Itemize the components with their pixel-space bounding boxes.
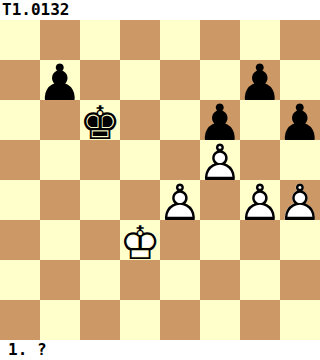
square-g4[interactable]: ♟♙ bbox=[240, 180, 280, 220]
square-f4[interactable] bbox=[200, 180, 240, 220]
square-d7[interactable] bbox=[120, 60, 160, 100]
square-d4[interactable] bbox=[120, 180, 160, 220]
square-f8[interactable] bbox=[200, 20, 240, 60]
square-c7[interactable] bbox=[80, 60, 120, 100]
square-c3[interactable] bbox=[80, 220, 120, 260]
square-b5[interactable] bbox=[40, 140, 80, 180]
square-b2[interactable] bbox=[40, 260, 80, 300]
square-e7[interactable] bbox=[160, 60, 200, 100]
square-e6[interactable] bbox=[160, 100, 200, 140]
square-c2[interactable] bbox=[80, 260, 120, 300]
square-h7[interactable] bbox=[280, 60, 320, 100]
square-f1[interactable] bbox=[200, 300, 240, 340]
square-b6[interactable] bbox=[40, 100, 80, 140]
white-pawn: ♟♙ bbox=[200, 143, 240, 183]
black-pawn: ♟ bbox=[40, 63, 80, 103]
square-h2[interactable] bbox=[280, 260, 320, 300]
square-d5[interactable] bbox=[120, 140, 160, 180]
square-g8[interactable] bbox=[240, 20, 280, 60]
square-e8[interactable] bbox=[160, 20, 200, 60]
square-a5[interactable] bbox=[0, 140, 40, 180]
puzzle-id-label: T1.0132 bbox=[2, 0, 69, 20]
square-g1[interactable] bbox=[240, 300, 280, 340]
square-d1[interactable] bbox=[120, 300, 160, 340]
square-h5[interactable] bbox=[280, 140, 320, 180]
square-b3[interactable] bbox=[40, 220, 80, 260]
square-g6[interactable] bbox=[240, 100, 280, 140]
square-c1[interactable] bbox=[80, 300, 120, 340]
black-pawn: ♟ bbox=[280, 103, 320, 143]
white-pawn: ♟♙ bbox=[240, 183, 280, 223]
square-f3[interactable] bbox=[200, 220, 240, 260]
square-d3[interactable]: ♚♔ bbox=[120, 220, 160, 260]
square-g5[interactable] bbox=[240, 140, 280, 180]
square-h6[interactable]: ♟ bbox=[280, 100, 320, 140]
square-d8[interactable] bbox=[120, 20, 160, 60]
square-a3[interactable] bbox=[0, 220, 40, 260]
move-prompt-label: 1. ? bbox=[8, 340, 47, 360]
square-e3[interactable] bbox=[160, 220, 200, 260]
white-king: ♚♔ bbox=[120, 223, 160, 263]
black-pawn: ♟ bbox=[200, 103, 240, 143]
black-king: ♚ bbox=[80, 103, 120, 143]
square-d6[interactable] bbox=[120, 100, 160, 140]
square-e4[interactable]: ♟♙ bbox=[160, 180, 200, 220]
square-f5[interactable]: ♟♙ bbox=[200, 140, 240, 180]
square-c8[interactable] bbox=[80, 20, 120, 60]
square-a2[interactable] bbox=[0, 260, 40, 300]
square-f7[interactable] bbox=[200, 60, 240, 100]
square-h4[interactable]: ♟♙ bbox=[280, 180, 320, 220]
square-c4[interactable] bbox=[80, 180, 120, 220]
chess-puzzle-screen: T1.0132 ♟♟♚♟♟♟♙♟♙♟♙♟♙♚♔ 1. ? bbox=[0, 0, 320, 360]
square-h1[interactable] bbox=[280, 300, 320, 340]
white-pawn: ♟♙ bbox=[280, 183, 320, 223]
square-b8[interactable] bbox=[40, 20, 80, 60]
square-g2[interactable] bbox=[240, 260, 280, 300]
square-f6[interactable]: ♟ bbox=[200, 100, 240, 140]
square-g7[interactable]: ♟ bbox=[240, 60, 280, 100]
square-f2[interactable] bbox=[200, 260, 240, 300]
square-g3[interactable] bbox=[240, 220, 280, 260]
square-d2[interactable] bbox=[120, 260, 160, 300]
square-a4[interactable] bbox=[0, 180, 40, 220]
square-e1[interactable] bbox=[160, 300, 200, 340]
white-pawn: ♟♙ bbox=[160, 183, 200, 223]
square-b4[interactable] bbox=[40, 180, 80, 220]
black-pawn: ♟ bbox=[240, 63, 280, 103]
chess-board: ♟♟♚♟♟♟♙♟♙♟♙♟♙♚♔ bbox=[0, 20, 320, 340]
square-c5[interactable] bbox=[80, 140, 120, 180]
square-c6[interactable]: ♚ bbox=[80, 100, 120, 140]
square-b7[interactable]: ♟ bbox=[40, 60, 80, 100]
square-a7[interactable] bbox=[0, 60, 40, 100]
square-h8[interactable] bbox=[280, 20, 320, 60]
square-a1[interactable] bbox=[0, 300, 40, 340]
square-e5[interactable] bbox=[160, 140, 200, 180]
square-h3[interactable] bbox=[280, 220, 320, 260]
square-e2[interactable] bbox=[160, 260, 200, 300]
square-a8[interactable] bbox=[0, 20, 40, 60]
square-a6[interactable] bbox=[0, 100, 40, 140]
square-b1[interactable] bbox=[40, 300, 80, 340]
